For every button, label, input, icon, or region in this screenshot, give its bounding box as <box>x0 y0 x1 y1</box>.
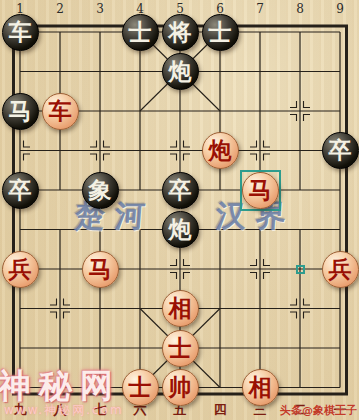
piece-black-炮[interactable]: 炮 <box>162 211 199 248</box>
watermark-site-url: www.神秘网.com <box>4 402 124 419</box>
piece-black-象[interactable]: 象 <box>82 172 119 209</box>
piece-black-卒[interactable]: 卒 <box>322 132 359 169</box>
piece-red-士[interactable]: 士 <box>122 369 159 406</box>
piece-black-卒[interactable]: 卒 <box>2 172 39 209</box>
piece-red-相[interactable]: 相 <box>162 290 199 327</box>
piece-red-士[interactable]: 士 <box>162 330 199 367</box>
piece-black-马[interactable]: 马 <box>2 93 39 130</box>
piece-black-卒[interactable]: 卒 <box>162 172 199 209</box>
piece-red-相[interactable]: 相 <box>242 369 279 406</box>
piece-red-马[interactable]: 马 <box>242 172 279 209</box>
piece-red-炮[interactable]: 炮 <box>202 132 239 169</box>
piece-red-马[interactable]: 马 <box>82 251 119 288</box>
piece-red-帅[interactable]: 帅 <box>162 369 199 406</box>
piece-black-士[interactable]: 士 <box>202 14 239 51</box>
piece-black-士[interactable]: 士 <box>122 14 159 51</box>
watermark-credit: 头条@象棋王子 <box>280 403 357 418</box>
piece-red-车[interactable]: 车 <box>42 93 79 130</box>
piece-red-兵[interactable]: 兵 <box>2 251 39 288</box>
piece-black-将[interactable]: 将 <box>162 14 199 51</box>
xiangqi-board: 123456789 九八七六五四三二一 楚河 汉界 车士将士炮马卒卒象卒炮车炮马… <box>0 0 359 420</box>
pieces-layer: 车士将士炮马卒卒象卒炮车炮马兵马兵相士士帅相 <box>0 12 359 407</box>
last-move-from-marker <box>296 265 305 274</box>
piece-black-炮[interactable]: 炮 <box>162 53 199 90</box>
piece-red-兵[interactable]: 兵 <box>322 251 359 288</box>
piece-black-车[interactable]: 车 <box>2 14 39 51</box>
